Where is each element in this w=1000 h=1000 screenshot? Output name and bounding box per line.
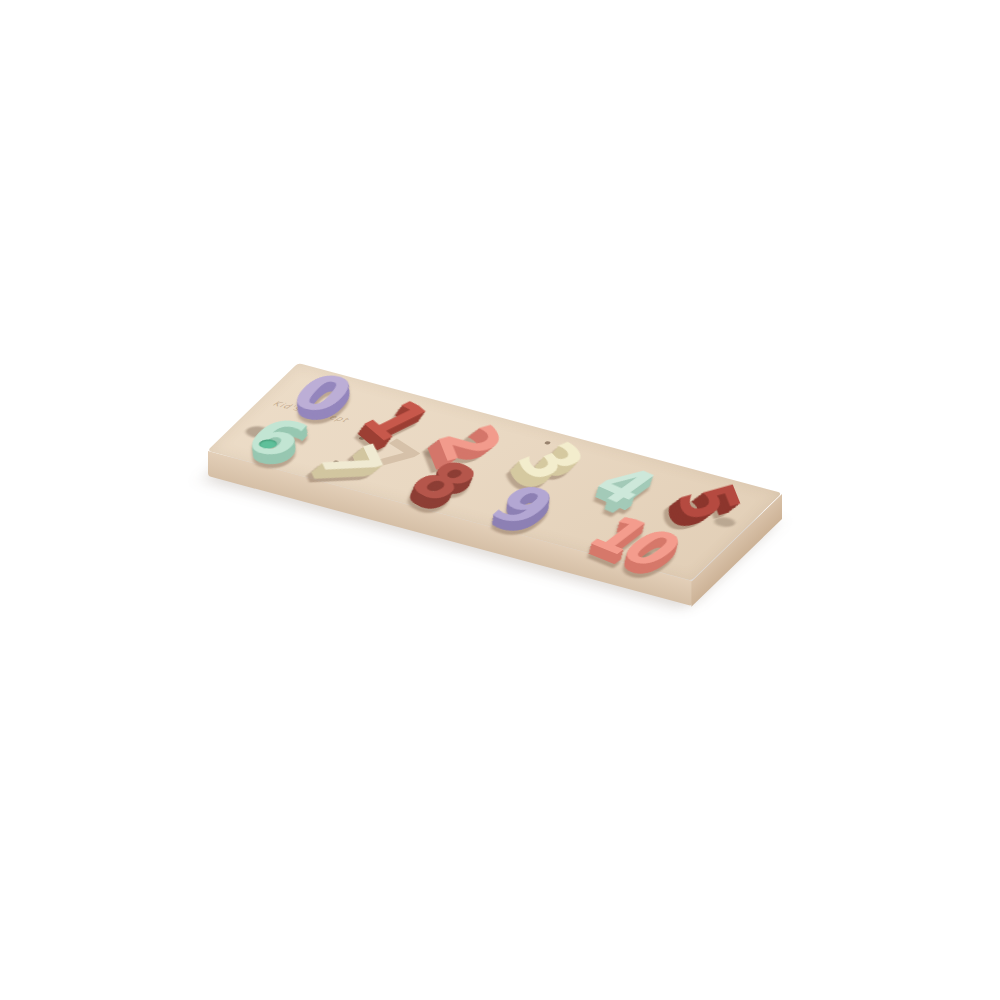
recess-shadow bbox=[711, 515, 739, 528]
piece-4[interactable]: 4 bbox=[582, 459, 668, 511]
product-photo: Kid's Concept 7 0 1 2 3 4 5 6 7 8 9 10 bbox=[0, 0, 1000, 1000]
piece-9[interactable]: 9 bbox=[479, 478, 567, 533]
piece-6[interactable]: 6 bbox=[234, 411, 319, 464]
piece-5[interactable]: 5 bbox=[665, 478, 751, 527]
